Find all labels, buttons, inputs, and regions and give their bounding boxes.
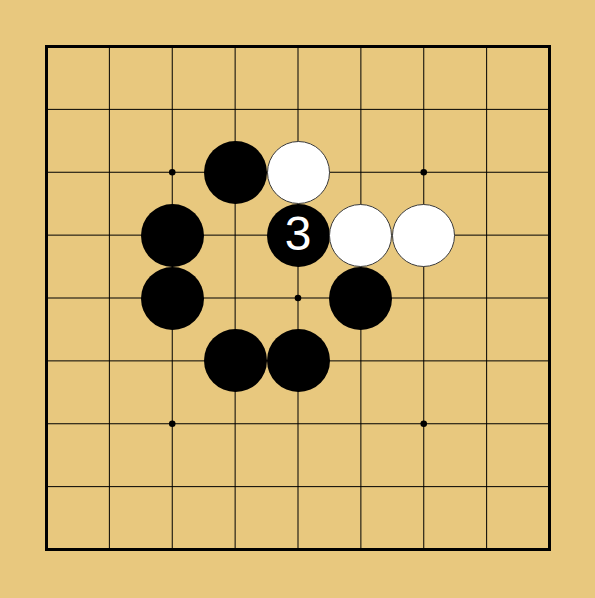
black-stone	[329, 267, 392, 330]
black-stone	[141, 267, 204, 330]
white-stone	[392, 204, 455, 267]
white-stone	[329, 204, 392, 267]
board-intersection	[141, 204, 204, 267]
move-number-label: 3	[285, 210, 312, 258]
white-stone	[267, 141, 330, 204]
board-intersection	[329, 267, 392, 330]
go-board: 3	[0, 0, 595, 598]
board-intersection	[204, 141, 267, 204]
board-intersection	[329, 204, 392, 267]
black-stone	[204, 141, 267, 204]
stone-layer: 3	[15, 15, 581, 581]
board-intersection	[267, 141, 330, 204]
board-intersection	[204, 329, 267, 392]
black-stone-move-3: 3	[267, 204, 330, 267]
board-intersection	[141, 267, 204, 330]
black-stone	[267, 329, 330, 392]
board-intersection	[267, 329, 330, 392]
board-intersection: 3	[267, 204, 330, 267]
black-stone	[204, 329, 267, 392]
board-intersection	[392, 204, 455, 267]
black-stone	[141, 204, 204, 267]
